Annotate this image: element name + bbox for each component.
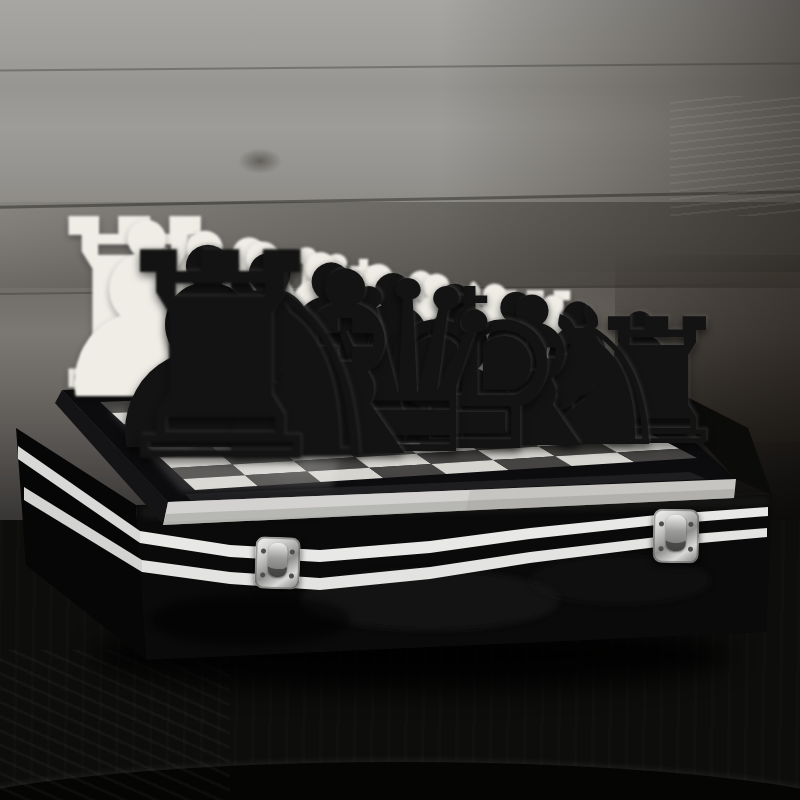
piece-reflection [140,408,235,466]
chess-case-and-board [0,0,800,800]
case-clasp-icon [653,509,700,564]
velvet-shade [150,594,350,646]
piece-reflection [238,418,363,488]
velvet-patch [530,556,710,604]
piece-reflection [355,412,450,474]
case-clasp-icon [254,536,301,590]
photo-scene: ♜♞♝♛♚♝♞♜♟♟♟♟♟♟♟♟♟♟♟♟♟♟♟♟♜♞♝♛♚♝♞♜ Black a… [0,0,800,800]
